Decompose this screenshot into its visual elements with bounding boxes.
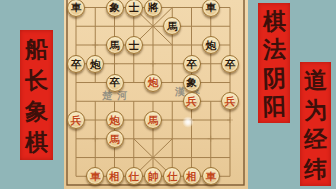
xiangqi-board[interactable]: 楚河 漢界 車象士將車馬馬士炮卒炮卒卒卒象炮兵兵兵炮馬馬車相仕帥仕相車 [64,0,248,189]
piece-black-車[interactable]: 車 [202,0,220,17]
piece-red-炮[interactable]: 炮 [144,74,162,92]
piece-red-兵[interactable]: 兵 [67,111,85,129]
piece-black-車[interactable]: 車 [67,0,85,17]
calligraphy-banner-left: 船长象棋 [20,30,53,160]
piece-red-兵[interactable]: 兵 [183,92,201,110]
banner-character: 棋 [262,8,286,32]
banner-character: 象 [25,99,49,123]
piece-black-卒[interactable]: 卒 [106,74,124,92]
piece-red-車[interactable]: 車 [202,167,220,185]
calligraphy-banner-right-inner: 道为经纬 [300,62,331,186]
piece-black-士[interactable]: 士 [125,36,143,54]
piece-black-卒[interactable]: 卒 [221,55,239,73]
banner-character: 纬 [304,156,328,180]
banner-character: 阴 [262,65,286,89]
piece-black-炮[interactable]: 炮 [86,55,104,73]
banner-character: 长 [25,68,49,92]
piece-black-象[interactable]: 象 [106,0,124,17]
piece-red-相[interactable]: 相 [106,167,124,185]
banner-character: 经 [304,127,328,151]
piece-red-仕[interactable]: 仕 [125,167,143,185]
banner-character: 道 [304,68,328,92]
piece-red-馬[interactable]: 馬 [106,130,124,148]
piece-black-卒[interactable]: 卒 [67,55,85,73]
banner-character: 阳 [262,94,286,118]
piece-red-炮[interactable]: 炮 [106,111,124,129]
banner-character: 船 [25,37,49,61]
piece-red-馬[interactable]: 馬 [144,111,162,129]
video-frame: 船长象棋 楚河 漢界 車象士將車馬馬士炮卒炮卒卒卒象炮兵兵兵炮馬馬車相仕帥仕相車… [0,0,336,189]
piece-red-相[interactable]: 相 [183,167,201,185]
piece-black-士[interactable]: 士 [125,0,143,17]
piece-black-象[interactable]: 象 [183,74,201,92]
piece-black-馬[interactable]: 馬 [106,36,124,54]
piece-black-卒[interactable]: 卒 [183,55,201,73]
board-grid [64,0,248,189]
piece-black-將[interactable]: 將 [144,0,162,17]
banner-character: 为 [304,97,328,121]
piece-black-炮[interactable]: 炮 [202,36,220,54]
banner-character: 法 [262,37,286,61]
calligraphy-banner-right-outer: 棋法阴阳 [258,3,290,123]
banner-character: 棋 [25,130,49,154]
